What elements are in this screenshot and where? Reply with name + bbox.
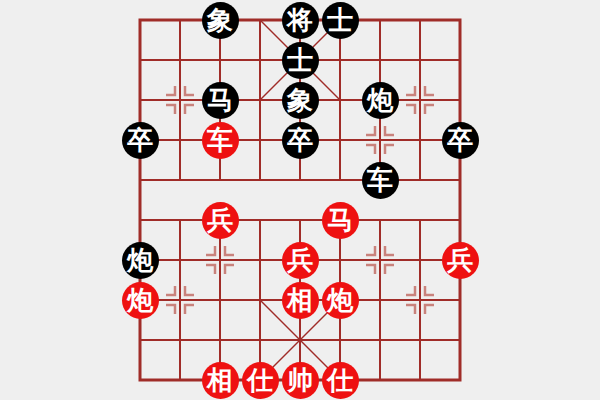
board-point[interactable] xyxy=(240,0,280,40)
board-point[interactable] xyxy=(400,200,440,240)
board-point[interactable] xyxy=(400,280,440,320)
board-point[interactable]: 仕 xyxy=(320,360,360,400)
board-point[interactable]: 兵 xyxy=(440,240,480,280)
board-point[interactable] xyxy=(200,320,240,360)
piece-red-cannon[interactable]: 炮 xyxy=(122,282,159,319)
piece-red-elephant[interactable]: 相 xyxy=(282,282,319,319)
board-point[interactable] xyxy=(160,120,200,160)
board-point[interactable] xyxy=(120,160,160,200)
piece-red-soldier[interactable]: 兵 xyxy=(282,242,319,279)
board-point[interactable] xyxy=(360,240,400,280)
board-point[interactable]: 象 xyxy=(200,0,240,40)
board-point[interactable]: 马 xyxy=(200,80,240,120)
piece-red-elephant[interactable]: 相 xyxy=(202,362,239,399)
board-point[interactable] xyxy=(360,200,400,240)
board-point[interactable]: 炮 xyxy=(120,280,160,320)
piece-black-soldier[interactable]: 卒 xyxy=(442,122,479,159)
board-point[interactable]: 兵 xyxy=(280,240,320,280)
board-point[interactable] xyxy=(440,40,480,80)
board-point[interactable] xyxy=(360,120,400,160)
board-point[interactable] xyxy=(200,40,240,80)
piece-black-elephant[interactable]: 象 xyxy=(202,2,239,39)
board-point[interactable]: 炮 xyxy=(120,240,160,280)
piece-red-advisor[interactable]: 仕 xyxy=(322,362,359,399)
board-point[interactable]: 马 xyxy=(320,200,360,240)
board-point[interactable] xyxy=(320,120,360,160)
board-point[interactable] xyxy=(160,360,200,400)
board-point[interactable] xyxy=(200,280,240,320)
board-point[interactable] xyxy=(160,80,200,120)
board-point[interactable] xyxy=(160,160,200,200)
board-point[interactable] xyxy=(400,360,440,400)
board-point[interactable]: 仕 xyxy=(240,360,280,400)
board-point[interactable] xyxy=(240,320,280,360)
board-point[interactable] xyxy=(240,40,280,80)
board-point[interactable] xyxy=(160,280,200,320)
board-point[interactable] xyxy=(320,320,360,360)
board-point[interactable] xyxy=(360,0,400,40)
board-point[interactable]: 兵 xyxy=(200,200,240,240)
board-point[interactable] xyxy=(160,200,200,240)
board-point[interactable] xyxy=(240,240,280,280)
piece-black-advisor[interactable]: 士 xyxy=(322,2,359,39)
board-point[interactable] xyxy=(360,320,400,360)
piece-red-chariot[interactable]: 车 xyxy=(202,122,239,159)
board-point[interactable] xyxy=(120,80,160,120)
board-point[interactable] xyxy=(440,360,480,400)
board-point[interactable] xyxy=(200,160,240,200)
board-point[interactable] xyxy=(320,40,360,80)
piece-black-horse[interactable]: 马 xyxy=(202,82,239,119)
xiangqi-app: 象将士士马象炮卒车卒卒车兵马炮兵兵炮相炮相仕帅仕 xyxy=(0,0,600,400)
board-point[interactable] xyxy=(120,40,160,80)
piece-red-advisor[interactable]: 仕 xyxy=(242,362,279,399)
board-point[interactable]: 相 xyxy=(280,280,320,320)
board-point[interactable] xyxy=(160,320,200,360)
board-point[interactable] xyxy=(280,200,320,240)
board-point[interactable] xyxy=(280,320,320,360)
board-point[interactable] xyxy=(400,0,440,40)
board-point[interactable]: 士 xyxy=(320,0,360,40)
board-point[interactable] xyxy=(240,280,280,320)
piece-red-cannon[interactable]: 炮 xyxy=(322,282,359,319)
board-point[interactable] xyxy=(360,40,400,80)
board-points: 象将士士马象炮卒车卒卒车兵马炮兵兵炮相炮相仕帅仕 xyxy=(120,0,480,400)
board-point[interactable] xyxy=(240,200,280,240)
piece-red-general[interactable]: 帅 xyxy=(282,362,319,399)
piece-black-cannon[interactable]: 炮 xyxy=(122,242,159,279)
piece-black-chariot[interactable]: 车 xyxy=(362,162,399,199)
board-point[interactable] xyxy=(400,160,440,200)
board-point[interactable]: 士 xyxy=(280,40,320,80)
board-point[interactable] xyxy=(160,0,200,40)
board-point[interactable]: 帅 xyxy=(280,360,320,400)
board-point[interactable] xyxy=(440,80,480,120)
board-point[interactable]: 相 xyxy=(200,360,240,400)
board-point[interactable]: 象 xyxy=(280,80,320,120)
piece-red-soldier[interactable]: 兵 xyxy=(442,242,479,279)
board-point[interactable] xyxy=(320,80,360,120)
board-point[interactable]: 卒 xyxy=(440,120,480,160)
board-point[interactable] xyxy=(400,80,440,120)
board-point[interactable] xyxy=(440,0,480,40)
piece-black-general[interactable]: 将 xyxy=(282,2,319,39)
board-point[interactable] xyxy=(320,160,360,200)
board-point[interactable] xyxy=(240,120,280,160)
board-point[interactable]: 炮 xyxy=(320,280,360,320)
piece-black-advisor[interactable]: 士 xyxy=(282,42,319,79)
board-point[interactable]: 卒 xyxy=(280,120,320,160)
board-point[interactable] xyxy=(160,40,200,80)
board-point[interactable] xyxy=(200,240,240,280)
board-point[interactable] xyxy=(120,200,160,240)
board-point[interactable] xyxy=(120,0,160,40)
board-point[interactable] xyxy=(240,80,280,120)
board-point[interactable] xyxy=(320,240,360,280)
board-point[interactable]: 炮 xyxy=(360,80,400,120)
piece-black-cannon[interactable]: 炮 xyxy=(362,82,399,119)
board-point[interactable] xyxy=(440,200,480,240)
board-point[interactable] xyxy=(120,320,160,360)
board-point[interactable] xyxy=(240,160,280,200)
board-point[interactable] xyxy=(440,160,480,200)
piece-red-soldier[interactable]: 兵 xyxy=(202,202,239,239)
board-point[interactable] xyxy=(120,360,160,400)
board-point[interactable]: 车 xyxy=(360,160,400,200)
board-point[interactable]: 卒 xyxy=(120,120,160,160)
board-point[interactable] xyxy=(360,360,400,400)
board-point[interactable] xyxy=(360,280,400,320)
board-point[interactable]: 将 xyxy=(280,0,320,40)
board-point[interactable] xyxy=(280,160,320,200)
piece-red-horse[interactable]: 马 xyxy=(322,202,359,239)
board-point[interactable] xyxy=(400,240,440,280)
board-point[interactable] xyxy=(400,40,440,80)
board-point[interactable]: 车 xyxy=(200,120,240,160)
board-point[interactable] xyxy=(400,120,440,160)
board-point[interactable] xyxy=(440,320,480,360)
piece-black-elephant[interactable]: 象 xyxy=(282,82,319,119)
board-point[interactable] xyxy=(400,320,440,360)
piece-black-soldier[interactable]: 卒 xyxy=(122,122,159,159)
board-point[interactable] xyxy=(440,280,480,320)
board-point[interactable] xyxy=(160,240,200,280)
piece-black-soldier[interactable]: 卒 xyxy=(282,122,319,159)
